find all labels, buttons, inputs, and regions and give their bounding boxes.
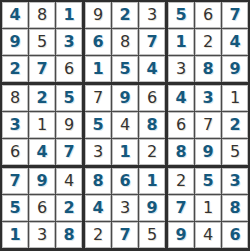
- cell-r8c5[interactable]: 3: [112, 195, 138, 221]
- cell-r3c3[interactable]: 6: [56, 56, 82, 82]
- cell-r2c9[interactable]: 4: [222, 29, 248, 55]
- cell-r9c9[interactable]: 6: [222, 222, 248, 248]
- cell-r1c8[interactable]: 6: [195, 2, 221, 28]
- cell-r3c5[interactable]: 5: [112, 56, 138, 82]
- cell-r3c7[interactable]: 3: [168, 56, 194, 82]
- cell-r8c2[interactable]: 6: [29, 195, 55, 221]
- cell-r2c6[interactable]: 7: [139, 29, 165, 55]
- cell-r1c7[interactable]: 5: [168, 2, 194, 28]
- cell-r5c6[interactable]: 8: [139, 112, 165, 138]
- cell-r3c2[interactable]: 7: [29, 56, 55, 82]
- cell-r1c5[interactable]: 2: [112, 2, 138, 28]
- cell-r9c1[interactable]: 1: [2, 222, 28, 248]
- cell-r5c9[interactable]: 2: [222, 112, 248, 138]
- box-r1c2: 923687154: [85, 2, 165, 82]
- cell-r6c6[interactable]: 2: [139, 139, 165, 165]
- cell-r6c7[interactable]: 8: [168, 139, 194, 165]
- cell-r2c5[interactable]: 8: [112, 29, 138, 55]
- cell-r6c3[interactable]: 7: [56, 139, 82, 165]
- cell-r9c3[interactable]: 8: [56, 222, 82, 248]
- box-r2c3: 431672895: [168, 85, 248, 165]
- cell-r8c4[interactable]: 4: [85, 195, 111, 221]
- cell-r6c9[interactable]: 5: [222, 139, 248, 165]
- cell-r2c2[interactable]: 5: [29, 29, 55, 55]
- cell-r4c1[interactable]: 8: [2, 85, 28, 111]
- cell-r7c4[interactable]: 8: [85, 168, 111, 194]
- cell-r1c2[interactable]: 8: [29, 2, 55, 28]
- cell-r8c6[interactable]: 9: [139, 195, 165, 221]
- cell-r4c4[interactable]: 7: [85, 85, 111, 111]
- cell-r2c1[interactable]: 9: [2, 29, 28, 55]
- cell-r7c2[interactable]: 9: [29, 168, 55, 194]
- cell-r3c9[interactable]: 9: [222, 56, 248, 82]
- cell-r4c8[interactable]: 3: [195, 85, 221, 111]
- cell-r5c1[interactable]: 3: [2, 112, 28, 138]
- cell-r7c7[interactable]: 2: [168, 168, 194, 194]
- cell-r4c5[interactable]: 9: [112, 85, 138, 111]
- cell-r9c8[interactable]: 4: [195, 222, 221, 248]
- cell-r5c3[interactable]: 9: [56, 112, 82, 138]
- cell-r4c9[interactable]: 1: [222, 85, 248, 111]
- box-r1c3: 567124389: [168, 2, 248, 82]
- box-r1c1: 481953276: [2, 2, 82, 82]
- cell-r5c4[interactable]: 5: [85, 112, 111, 138]
- cell-r8c1[interactable]: 5: [2, 195, 28, 221]
- cell-r8c3[interactable]: 2: [56, 195, 82, 221]
- cell-r6c2[interactable]: 4: [29, 139, 55, 165]
- box-r3c2: 861439275: [85, 168, 165, 248]
- cell-r1c4[interactable]: 9: [85, 2, 111, 28]
- box-r2c1: 825319647: [2, 85, 82, 165]
- sudoku-board: 4819532769236871545671243898253196477965…: [0, 0, 250, 251]
- box-r3c1: 794562138: [2, 168, 82, 248]
- cell-r5c2[interactable]: 1: [29, 112, 55, 138]
- cell-r3c4[interactable]: 1: [85, 56, 111, 82]
- cell-r9c5[interactable]: 7: [112, 222, 138, 248]
- cell-r9c4[interactable]: 2: [85, 222, 111, 248]
- cell-r8c8[interactable]: 1: [195, 195, 221, 221]
- cell-r3c1[interactable]: 2: [2, 56, 28, 82]
- cell-r4c7[interactable]: 4: [168, 85, 194, 111]
- cell-r7c5[interactable]: 6: [112, 168, 138, 194]
- cell-r6c1[interactable]: 6: [2, 139, 28, 165]
- cell-r7c1[interactable]: 7: [2, 168, 28, 194]
- box-r2c2: 796548312: [85, 85, 165, 165]
- cell-r7c3[interactable]: 4: [56, 168, 82, 194]
- cell-r6c4[interactable]: 3: [85, 139, 111, 165]
- cell-r3c8[interactable]: 8: [195, 56, 221, 82]
- cell-r8c9[interactable]: 8: [222, 195, 248, 221]
- cell-r5c8[interactable]: 7: [195, 112, 221, 138]
- cell-r2c4[interactable]: 6: [85, 29, 111, 55]
- cell-r1c1[interactable]: 4: [2, 2, 28, 28]
- cell-r2c3[interactable]: 3: [56, 29, 82, 55]
- cell-r4c3[interactable]: 5: [56, 85, 82, 111]
- cell-r2c7[interactable]: 1: [168, 29, 194, 55]
- cell-r1c6[interactable]: 3: [139, 2, 165, 28]
- cell-r9c7[interactable]: 9: [168, 222, 194, 248]
- cell-r9c2[interactable]: 3: [29, 222, 55, 248]
- cell-r1c9[interactable]: 7: [222, 2, 248, 28]
- cell-r8c7[interactable]: 7: [168, 195, 194, 221]
- cell-r5c5[interactable]: 4: [112, 112, 138, 138]
- cell-r6c5[interactable]: 1: [112, 139, 138, 165]
- cell-r4c6[interactable]: 6: [139, 85, 165, 111]
- cell-r4c2[interactable]: 2: [29, 85, 55, 111]
- cell-r6c8[interactable]: 9: [195, 139, 221, 165]
- cell-r2c8[interactable]: 2: [195, 29, 221, 55]
- cell-r7c6[interactable]: 1: [139, 168, 165, 194]
- cell-r9c6[interactable]: 5: [139, 222, 165, 248]
- box-r3c3: 253718946: [168, 168, 248, 248]
- cell-r1c3[interactable]: 1: [56, 2, 82, 28]
- cell-r3c6[interactable]: 4: [139, 56, 165, 82]
- cell-r7c8[interactable]: 5: [195, 168, 221, 194]
- cell-r7c9[interactable]: 3: [222, 168, 248, 194]
- cell-r5c7[interactable]: 6: [168, 112, 194, 138]
